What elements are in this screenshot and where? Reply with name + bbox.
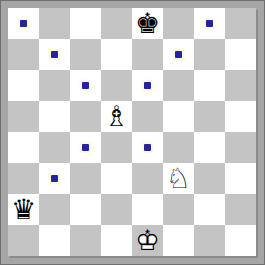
- square-b2[interactable]: [39, 194, 70, 225]
- square-f4[interactable]: [163, 132, 194, 163]
- square-b7[interactable]: [39, 39, 70, 70]
- square-c7[interactable]: [70, 39, 101, 70]
- square-h2[interactable]: [225, 194, 256, 225]
- square-d3[interactable]: [101, 163, 132, 194]
- square-c5[interactable]: [70, 101, 101, 132]
- square-d5[interactable]: ♝♗: [101, 101, 132, 132]
- square-g7[interactable]: [194, 39, 225, 70]
- square-e4[interactable]: [132, 132, 163, 163]
- square-f7[interactable]: [163, 39, 194, 70]
- square-h4[interactable]: [225, 132, 256, 163]
- square-e6[interactable]: [132, 70, 163, 101]
- square-c3[interactable]: [70, 163, 101, 194]
- square-a4[interactable]: [8, 132, 39, 163]
- board-frame: ♚♝♗♞♘♛♚♔: [0, 0, 265, 265]
- legal-move-dot: [82, 82, 89, 89]
- square-e5[interactable]: [132, 101, 163, 132]
- square-g2[interactable]: [194, 194, 225, 225]
- black-king-glyph: ♚: [135, 8, 160, 39]
- square-g6[interactable]: [194, 70, 225, 101]
- square-g4[interactable]: [194, 132, 225, 163]
- black-king[interactable]: ♚: [132, 8, 163, 39]
- square-c6[interactable]: [70, 70, 101, 101]
- square-g1[interactable]: [194, 225, 225, 256]
- square-d2[interactable]: [101, 194, 132, 225]
- square-g8[interactable]: [194, 8, 225, 39]
- square-b1[interactable]: [39, 225, 70, 256]
- square-d8[interactable]: [101, 8, 132, 39]
- white-king-glyph: ♔: [135, 225, 160, 256]
- square-h8[interactable]: [225, 8, 256, 39]
- square-c4[interactable]: [70, 132, 101, 163]
- square-g3[interactable]: [194, 163, 225, 194]
- square-f8[interactable]: [163, 8, 194, 39]
- white-king[interactable]: ♚♔: [132, 225, 163, 256]
- square-d7[interactable]: [101, 39, 132, 70]
- square-f5[interactable]: [163, 101, 194, 132]
- square-e7[interactable]: [132, 39, 163, 70]
- square-a2[interactable]: ♛: [8, 194, 39, 225]
- square-a7[interactable]: [8, 39, 39, 70]
- square-b4[interactable]: [39, 132, 70, 163]
- square-d1[interactable]: [101, 225, 132, 256]
- square-f6[interactable]: [163, 70, 194, 101]
- square-h6[interactable]: [225, 70, 256, 101]
- square-e2[interactable]: [132, 194, 163, 225]
- square-b8[interactable]: [39, 8, 70, 39]
- square-a1[interactable]: [8, 225, 39, 256]
- square-h1[interactable]: [225, 225, 256, 256]
- square-c2[interactable]: [70, 194, 101, 225]
- legal-move-dot: [51, 175, 58, 182]
- square-g5[interactable]: [194, 101, 225, 132]
- square-b6[interactable]: [39, 70, 70, 101]
- square-d6[interactable]: [101, 70, 132, 101]
- square-b3[interactable]: [39, 163, 70, 194]
- legal-move-dot: [51, 51, 58, 58]
- square-e8[interactable]: ♚: [132, 8, 163, 39]
- white-knight[interactable]: ♞♘: [163, 163, 194, 194]
- legal-move-dot: [144, 82, 151, 89]
- square-h5[interactable]: [225, 101, 256, 132]
- square-e1[interactable]: ♚♔: [132, 225, 163, 256]
- square-b5[interactable]: [39, 101, 70, 132]
- legal-move-dot: [144, 144, 151, 151]
- square-a6[interactable]: [8, 70, 39, 101]
- legal-move-dot: [82, 144, 89, 151]
- square-h3[interactable]: [225, 163, 256, 194]
- legal-move-dot: [206, 20, 213, 27]
- black-queen-glyph: ♛: [11, 194, 36, 225]
- square-c1[interactable]: [70, 225, 101, 256]
- square-f2[interactable]: [163, 194, 194, 225]
- chess-board: ♚♝♗♞♘♛♚♔: [8, 8, 256, 256]
- white-bishop[interactable]: ♝♗: [101, 101, 132, 132]
- legal-move-dot: [175, 51, 182, 58]
- black-queen[interactable]: ♛: [8, 194, 39, 225]
- square-a3[interactable]: [8, 163, 39, 194]
- square-a8[interactable]: [8, 8, 39, 39]
- square-d4[interactable]: [101, 132, 132, 163]
- square-f3[interactable]: ♞♘: [163, 163, 194, 194]
- white-knight-glyph: ♘: [166, 163, 191, 194]
- white-bishop-glyph: ♗: [104, 101, 129, 132]
- square-c8[interactable]: [70, 8, 101, 39]
- square-h7[interactable]: [225, 39, 256, 70]
- square-f1[interactable]: [163, 225, 194, 256]
- square-a5[interactable]: [8, 101, 39, 132]
- square-e3[interactable]: [132, 163, 163, 194]
- legal-move-dot: [20, 20, 27, 27]
